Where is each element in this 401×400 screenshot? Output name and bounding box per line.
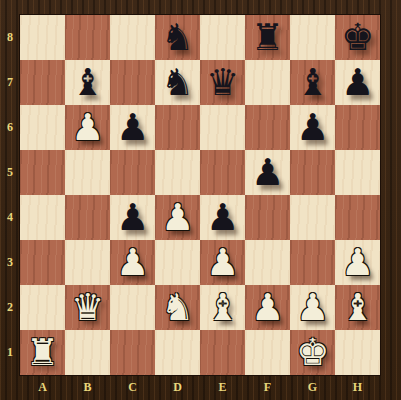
square-h6[interactable] (335, 105, 380, 150)
square-d2[interactable]: ♞ (155, 285, 200, 330)
file-label: H (335, 375, 380, 400)
white-pawn[interactable]: ♟ (155, 195, 200, 240)
square-h7[interactable]: ♟ (335, 60, 380, 105)
square-g7[interactable]: ♝ (290, 60, 335, 105)
file-label: C (110, 375, 155, 400)
square-d7[interactable]: ♞ (155, 60, 200, 105)
square-e6[interactable] (200, 105, 245, 150)
square-c4[interactable]: ♟ (110, 195, 155, 240)
square-c6[interactable]: ♟ (110, 105, 155, 150)
square-b4[interactable] (65, 195, 110, 240)
board: ♞♜♚♝♞♛♝♟♟♟♟♟♟♟♟♟♟♟♛♞♝♟♟♝♜♚ (20, 15, 380, 375)
square-f6[interactable] (245, 105, 290, 150)
square-g3[interactable] (290, 240, 335, 285)
square-c8[interactable] (110, 15, 155, 60)
square-f7[interactable] (245, 60, 290, 105)
rank-label: 5 (0, 150, 20, 195)
square-b5[interactable] (65, 150, 110, 195)
square-c1[interactable] (110, 330, 155, 375)
black-pawn[interactable]: ♟ (110, 105, 155, 150)
square-b7[interactable]: ♝ (65, 60, 110, 105)
square-b3[interactable] (65, 240, 110, 285)
square-e7[interactable]: ♛ (200, 60, 245, 105)
square-a1[interactable]: ♜ (20, 330, 65, 375)
square-g6[interactable]: ♟ (290, 105, 335, 150)
rank-label: 4 (0, 195, 20, 240)
square-e8[interactable] (200, 15, 245, 60)
square-f8[interactable]: ♜ (245, 15, 290, 60)
square-g5[interactable] (290, 150, 335, 195)
square-f3[interactable] (245, 240, 290, 285)
white-pawn[interactable]: ♟ (110, 240, 155, 285)
white-bishop[interactable]: ♝ (335, 285, 380, 330)
black-pawn[interactable]: ♟ (110, 195, 155, 240)
rank-label: 1 (0, 330, 20, 375)
square-d1[interactable] (155, 330, 200, 375)
rank-label: 8 (0, 15, 20, 60)
chess-board-frame: 8 7 6 5 4 3 2 1 ♞♜♚♝♞♛♝♟♟♟♟♟♟♟♟♟♟♟♛♞♝♟♟♝… (0, 0, 401, 400)
white-pawn[interactable]: ♟ (200, 240, 245, 285)
black-bishop[interactable]: ♝ (290, 60, 335, 105)
file-label: G (290, 375, 335, 400)
square-h8[interactable]: ♚ (335, 15, 380, 60)
square-e1[interactable] (200, 330, 245, 375)
black-queen[interactable]: ♛ (200, 60, 245, 105)
square-c7[interactable] (110, 60, 155, 105)
white-queen[interactable]: ♛ (65, 285, 110, 330)
file-label: E (200, 375, 245, 400)
square-c2[interactable] (110, 285, 155, 330)
white-bishop[interactable]: ♝ (200, 285, 245, 330)
square-h5[interactable] (335, 150, 380, 195)
square-d3[interactable] (155, 240, 200, 285)
square-a3[interactable] (20, 240, 65, 285)
square-d8[interactable]: ♞ (155, 15, 200, 60)
square-d6[interactable] (155, 105, 200, 150)
square-g8[interactable] (290, 15, 335, 60)
file-label: F (245, 375, 290, 400)
square-e4[interactable]: ♟ (200, 195, 245, 240)
square-b8[interactable] (65, 15, 110, 60)
rank-labels: 8 7 6 5 4 3 2 1 (0, 15, 20, 375)
square-a4[interactable] (20, 195, 65, 240)
square-g2[interactable]: ♟ (290, 285, 335, 330)
black-king[interactable]: ♚ (335, 15, 380, 60)
square-c3[interactable]: ♟ (110, 240, 155, 285)
file-labels: A B C D E F G H (20, 375, 380, 400)
square-a2[interactable] (20, 285, 65, 330)
square-b2[interactable]: ♛ (65, 285, 110, 330)
rank-label: 6 (0, 105, 20, 150)
square-e2[interactable]: ♝ (200, 285, 245, 330)
rank-label: 3 (0, 240, 20, 285)
square-c5[interactable] (110, 150, 155, 195)
rank-label: 7 (0, 60, 20, 105)
square-a7[interactable] (20, 60, 65, 105)
white-pawn[interactable]: ♟ (245, 285, 290, 330)
square-f1[interactable] (245, 330, 290, 375)
file-label: A (20, 375, 65, 400)
file-label: D (155, 375, 200, 400)
square-f4[interactable] (245, 195, 290, 240)
square-b1[interactable] (65, 330, 110, 375)
square-h1[interactable] (335, 330, 380, 375)
white-king[interactable]: ♚ (290, 330, 335, 375)
white-rook[interactable]: ♜ (20, 330, 65, 375)
square-a8[interactable] (20, 15, 65, 60)
square-e3[interactable]: ♟ (200, 240, 245, 285)
black-pawn[interactable]: ♟ (245, 150, 290, 195)
black-pawn[interactable]: ♟ (290, 105, 335, 150)
black-pawn[interactable]: ♟ (200, 195, 245, 240)
white-pawn[interactable]: ♟ (65, 105, 110, 150)
rank-label: 2 (0, 285, 20, 330)
black-knight[interactable]: ♞ (155, 60, 200, 105)
square-h2[interactable]: ♝ (335, 285, 380, 330)
square-f2[interactable]: ♟ (245, 285, 290, 330)
black-pawn[interactable]: ♟ (335, 60, 380, 105)
square-a5[interactable] (20, 150, 65, 195)
black-bishop[interactable]: ♝ (65, 60, 110, 105)
square-g4[interactable] (290, 195, 335, 240)
square-g1[interactable]: ♚ (290, 330, 335, 375)
square-f5[interactable]: ♟ (245, 150, 290, 195)
square-d4[interactable]: ♟ (155, 195, 200, 240)
white-knight[interactable]: ♞ (155, 285, 200, 330)
square-h3[interactable]: ♟ (335, 240, 380, 285)
square-e5[interactable] (200, 150, 245, 195)
square-d5[interactable] (155, 150, 200, 195)
white-pawn[interactable]: ♟ (290, 285, 335, 330)
black-rook[interactable]: ♜ (245, 15, 290, 60)
white-pawn[interactable]: ♟ (335, 240, 380, 285)
square-b6[interactable]: ♟ (65, 105, 110, 150)
square-a6[interactable] (20, 105, 65, 150)
black-knight[interactable]: ♞ (155, 15, 200, 60)
file-label: B (65, 375, 110, 400)
square-h4[interactable] (335, 195, 380, 240)
